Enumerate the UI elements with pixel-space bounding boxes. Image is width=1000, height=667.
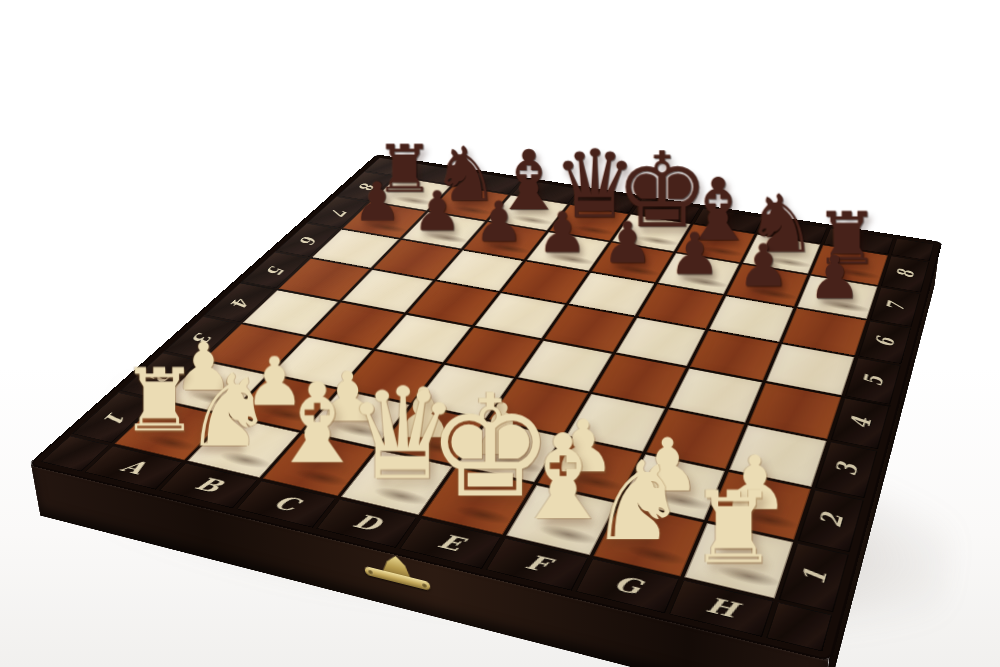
piece-shadow: [142, 432, 203, 454]
file-label-h: H: [703, 594, 740, 621]
piece-shadow: [449, 204, 495, 217]
rank-label-right-4: 4: [846, 415, 875, 430]
frame-cell-right: 5: [845, 358, 901, 405]
rank-label-left-4: 4: [226, 296, 254, 307]
file-label-c: C: [269, 493, 303, 514]
piece-black-queen: ♛: [553, 138, 616, 232]
piece-shadow: [215, 449, 277, 472]
file-label-e: E: [434, 532, 466, 555]
piece-shadow: [548, 252, 598, 267]
piece-shadow: [406, 436, 467, 458]
piece-shadow: [613, 263, 663, 278]
piece-shadow: [649, 488, 714, 513]
piece-shadow: [369, 484, 433, 509]
rank-label-left-5: 5: [262, 264, 289, 275]
file-label-b: B: [191, 475, 226, 496]
piece-shadow: [484, 453, 546, 476]
piece-shadow: [570, 224, 618, 238]
piece-shadow: [331, 420, 391, 442]
rank-label-right-6: 6: [872, 336, 899, 349]
piece-shadow: [565, 470, 629, 494]
piece-shadow: [714, 562, 784, 591]
piece-shadow: [633, 234, 682, 248]
file-label-a: A: [117, 457, 151, 477]
piece-shadow: [291, 466, 354, 490]
square-g5: [690, 331, 779, 381]
file-label-g: G: [610, 573, 644, 598]
rank-label-left-7: 7: [326, 207, 351, 216]
piece-shadow: [749, 286, 801, 302]
frame-cell-right: 8: [881, 256, 929, 293]
piece-shadow: [698, 244, 747, 258]
piece-shadow: [680, 275, 731, 290]
file-label-d: D: [349, 512, 385, 535]
photo-scene: 8♜♞♝♛♚♝♞♜87♟♟♟♟♟♟♟♟7665544332♟♟♟♟♟♟♟♟21♜…: [0, 0, 1000, 667]
rank-label-left-2: 2: [145, 369, 176, 383]
rank-label-left-6: 6: [295, 235, 321, 245]
piece-shadow: [623, 541, 691, 569]
frame-cell-right: 4: [831, 398, 890, 449]
piece-shadow: [451, 502, 517, 528]
square-f7: ♟: [658, 253, 739, 294]
piece-shadow: [764, 255, 814, 270]
piece-shadow: [485, 242, 534, 256]
rank-label-left-1: 1: [98, 410, 131, 425]
piece-shadow: [423, 231, 471, 245]
piece-shadow: [187, 389, 245, 409]
chess-board: 8♜♞♝♛♚♝♞♜87♟♟♟♟♟♟♟♟7665544332♟♟♟♟♟♟♟♟21♜…: [31, 155, 941, 659]
rank-label-right-5: 5: [859, 374, 887, 388]
piece-shadow: [820, 298, 873, 314]
piece-shadow: [391, 195, 437, 208]
piece-shadow: [736, 507, 802, 533]
frame-cell-right: 7: [870, 287, 921, 327]
file-label-f: F: [522, 552, 552, 575]
rank-label-right-7: 7: [883, 301, 909, 313]
rank-label-right-3: 3: [831, 461, 862, 477]
frame-cell-right: 6: [858, 321, 911, 364]
piece-shadow: [509, 214, 556, 227]
piece-shadow: [258, 404, 317, 425]
square-a3: [204, 324, 305, 373]
rank-label-right-2: 2: [815, 511, 848, 529]
rank-label-right-8: 8: [893, 268, 918, 279]
piece-black-king: ♚: [616, 138, 680, 242]
frame-cell-right: 3: [815, 442, 877, 499]
rank-label-right-1: 1: [797, 566, 831, 586]
piece-shadow: [832, 266, 883, 281]
piece-shadow: [364, 221, 411, 234]
rank-label-left-8: 8: [354, 182, 378, 190]
frame-cell-right: 2: [798, 490, 864, 552]
rank-label-left-3: 3: [187, 331, 217, 343]
piece-shadow: [535, 521, 602, 548]
